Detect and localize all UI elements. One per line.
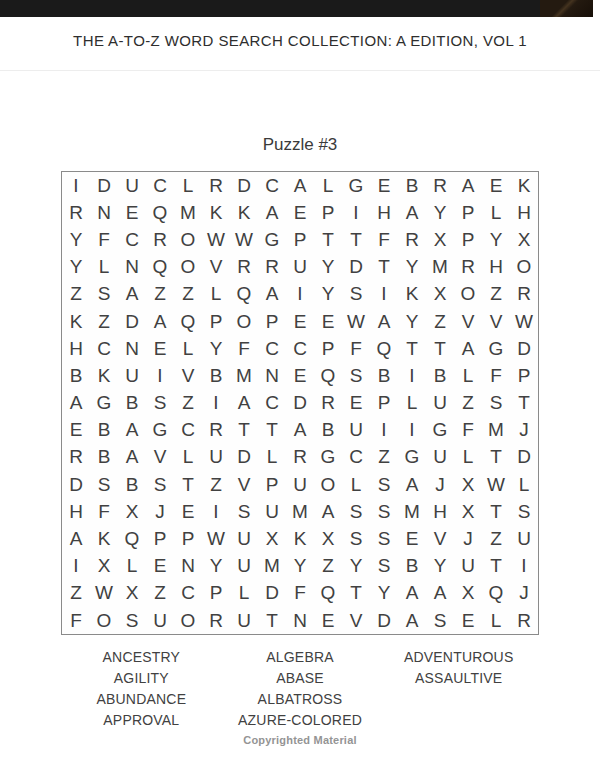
grid-cell: J — [146, 498, 174, 525]
grid-cell: Y — [398, 254, 426, 281]
grid-cell: M — [174, 199, 202, 226]
grid-cell: E — [62, 417, 90, 444]
word-column-2: ALGEBRAABASEALBATROSSAZURE-COLORED — [221, 647, 380, 731]
word-list-item: ABUNDANCE — [96, 689, 186, 710]
grid-cell: S — [426, 607, 454, 634]
grid-cell: W — [202, 226, 230, 253]
grid-cell: X — [118, 580, 146, 607]
grid-cell: U — [510, 525, 538, 552]
grid-cell: F — [230, 335, 258, 362]
grid-cell: S — [118, 607, 146, 634]
grid-cell: I — [398, 417, 426, 444]
grid-cell: B — [398, 553, 426, 580]
grid-cell: R — [202, 607, 230, 634]
grid-cell: P — [258, 471, 286, 498]
grid-cell: Z — [174, 281, 202, 308]
word-list-item: ABASE — [276, 668, 324, 689]
grid-cell: C — [174, 580, 202, 607]
grid-cell: X — [454, 471, 482, 498]
grid-cell: K — [202, 199, 230, 226]
grid-cell: I — [370, 417, 398, 444]
grid-cell: X — [118, 498, 146, 525]
grid-cell: K — [510, 172, 538, 199]
grid-cell: L — [398, 390, 426, 417]
grid-cell: D — [230, 172, 258, 199]
grid-cell: L — [482, 199, 510, 226]
grid-cell: T — [510, 390, 538, 417]
grid-cell: U — [426, 390, 454, 417]
grid-cell: Q — [314, 580, 342, 607]
grid-cell: F — [342, 335, 370, 362]
grid-cell: L — [202, 281, 230, 308]
grid-cell: A — [118, 417, 146, 444]
grid-cell: B — [398, 172, 426, 199]
grid-cell: F — [370, 226, 398, 253]
grid-cell: S — [370, 525, 398, 552]
grid-cell: T — [482, 444, 510, 471]
grid-cell: E — [286, 362, 314, 389]
grid-cell: M — [286, 498, 314, 525]
grid-cell: C — [342, 444, 370, 471]
grid-cell: U — [286, 254, 314, 281]
grid-cell: U — [230, 525, 258, 552]
grid-cell: A — [398, 471, 426, 498]
grid-cell: D — [230, 444, 258, 471]
grid-cell: P — [314, 199, 342, 226]
grid-cell: T — [314, 226, 342, 253]
grid-cell: A — [258, 199, 286, 226]
book-title: THE A-TO-Z WORD SEARCH COLLECTION: A EDI… — [20, 31, 580, 51]
grid-cell: K — [62, 308, 90, 335]
grid-cell: E — [174, 498, 202, 525]
grid-cell: X — [454, 498, 482, 525]
grid-cell: W — [510, 308, 538, 335]
grid-cell: R — [146, 226, 174, 253]
grid-cell: Z — [90, 308, 118, 335]
grid-cell: Y — [202, 335, 230, 362]
grid-cell: C — [258, 335, 286, 362]
grid-cell: M — [230, 362, 258, 389]
grid-cell: J — [426, 471, 454, 498]
grid-cell: C — [174, 417, 202, 444]
grid-cell: O — [174, 607, 202, 634]
grid-cell: B — [62, 362, 90, 389]
grid-cell: R — [510, 281, 538, 308]
grid-cell: W — [230, 226, 258, 253]
grid-cell: E — [314, 308, 342, 335]
grid-cell: V — [202, 254, 230, 281]
grid-cell: L — [118, 553, 146, 580]
grid-cell: P — [174, 525, 202, 552]
grid-cell: S — [342, 525, 370, 552]
grid-cell: E — [146, 553, 174, 580]
grid-cell: G — [90, 390, 118, 417]
grid-cell: T — [258, 417, 286, 444]
word-list-item: ALGEBRA — [266, 647, 334, 668]
grid-cell: T — [398, 335, 426, 362]
grid-cell: Y — [62, 226, 90, 253]
grid-cell: Z — [62, 580, 90, 607]
grid-cell: L — [230, 580, 258, 607]
grid-cell: K — [230, 199, 258, 226]
grid-wrap: IDUCLRDCALGEBRAEKRNEQMKKAEPIHAYPLHYFCROW… — [61, 171, 539, 635]
grid-cell: L — [174, 172, 202, 199]
grid-cell: D — [370, 607, 398, 634]
grid-cell: A — [398, 580, 426, 607]
grid-cell: S — [370, 553, 398, 580]
grid-cell: U — [230, 607, 258, 634]
grid-cell: R — [202, 417, 230, 444]
grid-cell: Y — [62, 254, 90, 281]
grid-cell: Y — [202, 553, 230, 580]
grid-cell: A — [314, 498, 342, 525]
grid-cell: Q — [314, 362, 342, 389]
grid-cell: B — [118, 390, 146, 417]
grid-cell: M — [258, 553, 286, 580]
grid-cell: C — [146, 172, 174, 199]
word-list: ANCESTRYAGILITYABUNDANCEAPPROVAL ALGEBRA… — [62, 647, 538, 731]
grid-cell: A — [62, 525, 90, 552]
word-list-item: ANCESTRY — [103, 647, 181, 668]
grid-cell: R — [202, 172, 230, 199]
grid-cell: B — [314, 417, 342, 444]
grid-cell: H — [426, 498, 454, 525]
grid-cell: V — [342, 607, 370, 634]
grid-cell: Y — [314, 254, 342, 281]
word-list-item: APPROVAL — [103, 710, 179, 731]
grid-cell: A — [146, 308, 174, 335]
grid-cell: A — [398, 607, 426, 634]
grid-cell: U — [454, 553, 482, 580]
grid-cell: M — [482, 417, 510, 444]
word-list-item: AZURE-COLORED — [238, 710, 362, 731]
grid-cell: N — [258, 362, 286, 389]
grid-cell: T — [230, 417, 258, 444]
grid-cell: I — [62, 553, 90, 580]
grid-cell: A — [370, 308, 398, 335]
grid-cell: T — [370, 254, 398, 281]
puzzle-title: Puzzle #3 — [0, 133, 600, 157]
grid-cell: P — [454, 199, 482, 226]
grid-cell: J — [454, 525, 482, 552]
grid-cell: O — [230, 308, 258, 335]
grid-cell: R — [62, 444, 90, 471]
grid-cell: R — [314, 390, 342, 417]
grid-cell: D — [90, 172, 118, 199]
grid-cell: T — [342, 580, 370, 607]
grid-cell: D — [286, 390, 314, 417]
grid-cell: A — [230, 390, 258, 417]
grid-cell: B — [90, 444, 118, 471]
grid-cell: U — [426, 444, 454, 471]
grid-cell: L — [258, 444, 286, 471]
grid-cell: S — [342, 362, 370, 389]
grid-cell: S — [510, 498, 538, 525]
word-search-grid: IDUCLRDCALGEBRAEKRNEQMKKAEPIHAYPLHYFCROW… — [61, 171, 539, 635]
grid-cell: B — [426, 362, 454, 389]
grid-cell: H — [370, 199, 398, 226]
grid-cell: Y — [314, 281, 342, 308]
grid-cell: R — [398, 226, 426, 253]
grid-cell: Y — [342, 553, 370, 580]
grid-cell: R — [230, 254, 258, 281]
grid-cell: N — [174, 553, 202, 580]
grid-cell: Z — [202, 471, 230, 498]
grid-cell: R — [286, 444, 314, 471]
grid-cell: Q — [230, 281, 258, 308]
grid-cell: T — [482, 553, 510, 580]
grid-cell: G — [314, 444, 342, 471]
grid-cell: A — [398, 199, 426, 226]
grid-cell: Q — [174, 308, 202, 335]
grid-cell: A — [258, 281, 286, 308]
grid-cell: Y — [426, 199, 454, 226]
word-list-item: ADVENTUROUS — [404, 647, 514, 668]
grid-cell: Q — [482, 580, 510, 607]
grid-cell: P — [314, 335, 342, 362]
grid-cell: S — [90, 471, 118, 498]
grid-cell: L — [510, 471, 538, 498]
grid-cell: I — [202, 498, 230, 525]
grid-cell: H — [482, 254, 510, 281]
grid-cell: L — [174, 335, 202, 362]
grid-cell: P — [510, 362, 538, 389]
grid-cell: I — [342, 199, 370, 226]
grid-cell: T — [174, 471, 202, 498]
grid-cell: M — [398, 498, 426, 525]
grid-cell: D — [510, 335, 538, 362]
grid-cell: E — [398, 525, 426, 552]
grid-cell: I — [286, 281, 314, 308]
grid-cell: T — [426, 335, 454, 362]
grid-cell: Z — [146, 281, 174, 308]
grid-cell: C — [90, 335, 118, 362]
grid-cell: L — [454, 362, 482, 389]
grid-cell: A — [454, 172, 482, 199]
grid-cell: D — [118, 308, 146, 335]
grid-cell: A — [118, 444, 146, 471]
grid-cell: C — [286, 335, 314, 362]
word-list-item: ALBATROSS — [258, 689, 343, 710]
grid-cell: G — [146, 417, 174, 444]
grid-cell: L — [454, 444, 482, 471]
grid-cell: U — [342, 417, 370, 444]
grid-cell: G — [258, 226, 286, 253]
grid-cell: Z — [482, 525, 510, 552]
grid-cell: U — [118, 362, 146, 389]
grid-cell: R — [426, 172, 454, 199]
grid-cell: I — [62, 172, 90, 199]
grid-cell: Y — [426, 553, 454, 580]
grid-cell: P — [258, 308, 286, 335]
grid-cell: O — [174, 226, 202, 253]
grid-cell: Q — [146, 199, 174, 226]
grid-cell: A — [426, 580, 454, 607]
grid-cell: F — [90, 226, 118, 253]
top-bar — [0, 0, 593, 17]
grid-cell: I — [510, 553, 538, 580]
grid-cell: Y — [370, 580, 398, 607]
grid-cell: X — [426, 281, 454, 308]
grid-cell: P — [202, 580, 230, 607]
grid-cell: E — [454, 607, 482, 634]
grid-cell: E — [314, 607, 342, 634]
grid-cell: R — [258, 254, 286, 281]
grid-cell: S — [370, 498, 398, 525]
title-divider — [0, 70, 600, 71]
grid-cell: P — [370, 390, 398, 417]
grid-cell: D — [342, 254, 370, 281]
grid-cell: R — [454, 254, 482, 281]
grid-cell: N — [118, 335, 146, 362]
grid-cell: B — [370, 362, 398, 389]
grid-cell: G — [482, 335, 510, 362]
grid-cell: O — [174, 254, 202, 281]
grid-cell: E — [118, 199, 146, 226]
grid-cell: D — [258, 580, 286, 607]
grid-cell: V — [454, 308, 482, 335]
grid-cell: B — [90, 417, 118, 444]
grid-cell: Y — [398, 308, 426, 335]
grid-cell: T — [482, 498, 510, 525]
grid-cell: A — [62, 390, 90, 417]
grid-cell: E — [482, 172, 510, 199]
grid-cell: K — [398, 281, 426, 308]
grid-cell: S — [482, 390, 510, 417]
grid-cell: I — [370, 281, 398, 308]
grid-cell: Y — [482, 226, 510, 253]
grid-cell: H — [62, 498, 90, 525]
grid-cell: S — [370, 471, 398, 498]
grid-cell: V — [426, 525, 454, 552]
grid-cell: U — [230, 553, 258, 580]
grid-cell: A — [286, 417, 314, 444]
grid-cell: U — [118, 172, 146, 199]
grid-cell: W — [482, 471, 510, 498]
grid-cell: Q — [146, 254, 174, 281]
grid-cell: X — [314, 525, 342, 552]
grid-cell: G — [342, 172, 370, 199]
grid-cell: E — [286, 199, 314, 226]
grid-cell: L — [342, 471, 370, 498]
grid-cell: V — [146, 444, 174, 471]
grid-cell: F — [482, 362, 510, 389]
grid-cell: X — [90, 553, 118, 580]
grid-cell: K — [90, 362, 118, 389]
grid-cell: E — [370, 172, 398, 199]
grid-cell: N — [90, 199, 118, 226]
grid-cell: N — [118, 254, 146, 281]
grid-cell: C — [118, 226, 146, 253]
grid-cell: M — [426, 254, 454, 281]
grid-cell: Z — [426, 308, 454, 335]
grid-cell: A — [286, 172, 314, 199]
grid-cell: W — [202, 525, 230, 552]
grid-cell: W — [90, 580, 118, 607]
grid-cell: O — [454, 281, 482, 308]
grid-cell: S — [230, 498, 258, 525]
grid-cell: V — [230, 471, 258, 498]
grid-cell: U — [286, 471, 314, 498]
grid-cell: U — [146, 607, 174, 634]
grid-cell: J — [510, 580, 538, 607]
grid-cell: F — [454, 417, 482, 444]
word-column-1: ANCESTRYAGILITYABUNDANCEAPPROVAL — [62, 647, 221, 731]
grid-cell: P — [286, 226, 314, 253]
grid-cell: L — [482, 607, 510, 634]
grid-cell: E — [342, 390, 370, 417]
grid-cell: H — [510, 199, 538, 226]
corner-decoration — [540, 0, 593, 17]
grid-cell: F — [62, 607, 90, 634]
grid-cell: L — [174, 444, 202, 471]
grid-cell: S — [146, 390, 174, 417]
grid-cell: U — [202, 444, 230, 471]
grid-cell: U — [258, 498, 286, 525]
grid-cell: A — [118, 281, 146, 308]
grid-cell: D — [510, 444, 538, 471]
grid-cell: A — [454, 335, 482, 362]
grid-cell: I — [146, 362, 174, 389]
grid-cell: C — [258, 390, 286, 417]
grid-cell: X — [426, 226, 454, 253]
word-list-item: AGILITY — [114, 668, 169, 689]
grid-cell: X — [258, 525, 286, 552]
grid-cell: X — [454, 580, 482, 607]
grid-cell: Z — [482, 281, 510, 308]
grid-cell: B — [118, 471, 146, 498]
grid-cell: K — [90, 525, 118, 552]
word-list-item: ASSAULTIVE — [415, 668, 502, 689]
grid-cell: T — [342, 226, 370, 253]
grid-cell: P — [454, 226, 482, 253]
grid-cell: H — [62, 335, 90, 362]
grid-cell: Z — [454, 390, 482, 417]
grid-cell: O — [90, 607, 118, 634]
grid-cell: J — [510, 417, 538, 444]
grid-cell: S — [90, 281, 118, 308]
grid-cell: R — [62, 199, 90, 226]
grid-cell: E — [286, 308, 314, 335]
grid-cell: Z — [62, 281, 90, 308]
grid-cell: V — [174, 362, 202, 389]
grid-cell: Q — [118, 525, 146, 552]
grid-cell: O — [510, 254, 538, 281]
grid-cell: O — [314, 471, 342, 498]
grid-cell: K — [286, 525, 314, 552]
grid-cell: N — [286, 607, 314, 634]
grid-cell: S — [342, 281, 370, 308]
word-column-3: ADVENTUROUSASSAULTIVE — [379, 647, 538, 731]
grid-cell: S — [342, 498, 370, 525]
grid-cell: Q — [370, 335, 398, 362]
grid-cell: S — [146, 471, 174, 498]
grid-cell: L — [90, 254, 118, 281]
copyright-notice: Copyrighted Material — [0, 733, 600, 747]
grid-cell: P — [202, 308, 230, 335]
grid-cell: V — [482, 308, 510, 335]
grid-cell: I — [202, 390, 230, 417]
grid-cell: B — [202, 362, 230, 389]
grid-cell: L — [314, 172, 342, 199]
grid-cell: X — [510, 226, 538, 253]
grid-cell: R — [510, 607, 538, 634]
grid-cell: W — [342, 308, 370, 335]
grid-cell: C — [258, 172, 286, 199]
book-preview-page: THE A-TO-Z WORD SEARCH COLLECTION: A EDI… — [0, 0, 600, 776]
grid-cell: I — [398, 362, 426, 389]
grid-cell: T — [258, 607, 286, 634]
